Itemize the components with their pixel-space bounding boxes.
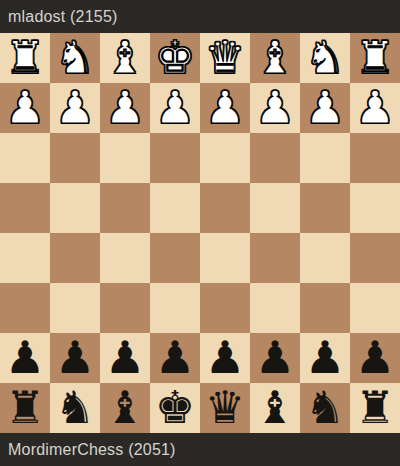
square-h6[interactable] [0, 283, 50, 333]
square-f1[interactable]: ♝ [100, 33, 150, 83]
square-a1[interactable]: ♜ [350, 33, 400, 83]
square-d3[interactable] [200, 133, 250, 183]
white-pawn-icon: ♟ [105, 85, 145, 130]
square-b8[interactable]: ♞ [300, 383, 350, 433]
square-g3[interactable] [50, 133, 100, 183]
black-king-icon: ♚ [155, 385, 195, 430]
black-queen-icon: ♛ [205, 385, 245, 430]
square-g5[interactable] [50, 233, 100, 283]
black-pawn-icon: ♟ [255, 335, 295, 380]
white-pawn-icon: ♟ [305, 85, 345, 130]
square-b2[interactable]: ♟ [300, 83, 350, 133]
square-f3[interactable] [100, 133, 150, 183]
square-b6[interactable] [300, 283, 350, 333]
black-pawn-icon: ♟ [305, 335, 345, 380]
square-h2[interactable]: ♟ [0, 83, 50, 133]
black-rook-icon: ♜ [5, 385, 45, 430]
square-a4[interactable] [350, 183, 400, 233]
square-a6[interactable] [350, 283, 400, 333]
square-a7[interactable]: ♟ [350, 333, 400, 383]
square-g2[interactable]: ♟ [50, 83, 100, 133]
white-knight-icon: ♞ [55, 35, 95, 80]
square-b4[interactable] [300, 183, 350, 233]
square-h4[interactable] [0, 183, 50, 233]
black-pawn-icon: ♟ [205, 335, 245, 380]
square-c6[interactable] [250, 283, 300, 333]
white-queen-icon: ♛ [205, 35, 245, 80]
player-bottom-name: MordimerChess (2051) [8, 441, 176, 459]
square-d8[interactable]: ♛ [200, 383, 250, 433]
square-d2[interactable]: ♟ [200, 83, 250, 133]
square-c3[interactable] [250, 133, 300, 183]
black-rook-icon: ♜ [355, 385, 395, 430]
square-g7[interactable]: ♟ [50, 333, 100, 383]
square-e7[interactable]: ♟ [150, 333, 200, 383]
square-d5[interactable] [200, 233, 250, 283]
chess-board: ♜♞♝♚♛♝♞♜♟♟♟♟♟♟♟♟♟♟♟♟♟♟♟♟♜♞♝♚♛♝♞♜ [0, 33, 400, 433]
square-a5[interactable] [350, 233, 400, 283]
square-b1[interactable]: ♞ [300, 33, 350, 83]
square-c7[interactable]: ♟ [250, 333, 300, 383]
square-h1[interactable]: ♜ [0, 33, 50, 83]
white-knight-icon: ♞ [305, 35, 345, 80]
square-a3[interactable] [350, 133, 400, 183]
square-c4[interactable] [250, 183, 300, 233]
white-bishop-icon: ♝ [255, 35, 295, 80]
square-e2[interactable]: ♟ [150, 83, 200, 133]
square-d7[interactable]: ♟ [200, 333, 250, 383]
square-a2[interactable]: ♟ [350, 83, 400, 133]
square-d1[interactable]: ♛ [200, 33, 250, 83]
player-top-bar: mladost (2155) [0, 0, 400, 33]
square-d6[interactable] [200, 283, 250, 333]
square-f7[interactable]: ♟ [100, 333, 150, 383]
square-d4[interactable] [200, 183, 250, 233]
white-pawn-icon: ♟ [5, 85, 45, 130]
black-pawn-icon: ♟ [5, 335, 45, 380]
game-window: mladost (2155) ♜♞♝♚♛♝♞♜♟♟♟♟♟♟♟♟♟♟♟♟♟♟♟♟♜… [0, 0, 400, 466]
square-h8[interactable]: ♜ [0, 383, 50, 433]
white-king-icon: ♚ [155, 35, 195, 80]
white-rook-icon: ♜ [5, 35, 45, 80]
square-e1[interactable]: ♚ [150, 33, 200, 83]
white-pawn-icon: ♟ [255, 85, 295, 130]
square-a8[interactable]: ♜ [350, 383, 400, 433]
square-c2[interactable]: ♟ [250, 83, 300, 133]
square-c8[interactable]: ♝ [250, 383, 300, 433]
square-g6[interactable] [50, 283, 100, 333]
square-e4[interactable] [150, 183, 200, 233]
square-c1[interactable]: ♝ [250, 33, 300, 83]
black-pawn-icon: ♟ [55, 335, 95, 380]
square-e5[interactable] [150, 233, 200, 283]
white-pawn-icon: ♟ [205, 85, 245, 130]
black-bishop-icon: ♝ [105, 385, 145, 430]
black-pawn-icon: ♟ [105, 335, 145, 380]
player-bottom-bar: MordimerChess (2051) [0, 433, 400, 466]
white-rook-icon: ♜ [355, 35, 395, 80]
square-h7[interactable]: ♟ [0, 333, 50, 383]
square-g8[interactable]: ♞ [50, 383, 100, 433]
square-e8[interactable]: ♚ [150, 383, 200, 433]
square-f8[interactable]: ♝ [100, 383, 150, 433]
square-b5[interactable] [300, 233, 350, 283]
player-top-name: mladost (2155) [8, 8, 118, 26]
square-f2[interactable]: ♟ [100, 83, 150, 133]
square-b7[interactable]: ♟ [300, 333, 350, 383]
square-f5[interactable] [100, 233, 150, 283]
white-pawn-icon: ♟ [355, 85, 395, 130]
square-e3[interactable] [150, 133, 200, 183]
white-pawn-icon: ♟ [55, 85, 95, 130]
white-pawn-icon: ♟ [155, 85, 195, 130]
black-knight-icon: ♞ [305, 385, 345, 430]
black-pawn-icon: ♟ [155, 335, 195, 380]
square-g4[interactable] [50, 183, 100, 233]
square-b3[interactable] [300, 133, 350, 183]
square-f4[interactable] [100, 183, 150, 233]
black-knight-icon: ♞ [55, 385, 95, 430]
square-g1[interactable]: ♞ [50, 33, 100, 83]
square-e6[interactable] [150, 283, 200, 333]
square-f6[interactable] [100, 283, 150, 333]
square-h5[interactable] [0, 233, 50, 283]
black-pawn-icon: ♟ [355, 335, 395, 380]
black-bishop-icon: ♝ [255, 385, 295, 430]
square-h3[interactable] [0, 133, 50, 183]
white-bishop-icon: ♝ [105, 35, 145, 80]
square-c5[interactable] [250, 233, 300, 283]
